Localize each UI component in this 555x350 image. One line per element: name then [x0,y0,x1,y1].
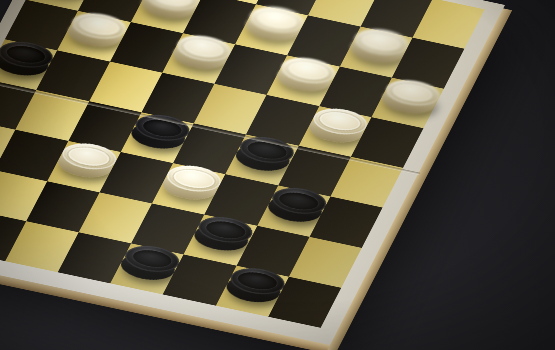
board-grid [0,0,485,328]
checkers-board [0,0,505,345]
piece-side [377,84,441,118]
photo-scene [0,0,555,350]
